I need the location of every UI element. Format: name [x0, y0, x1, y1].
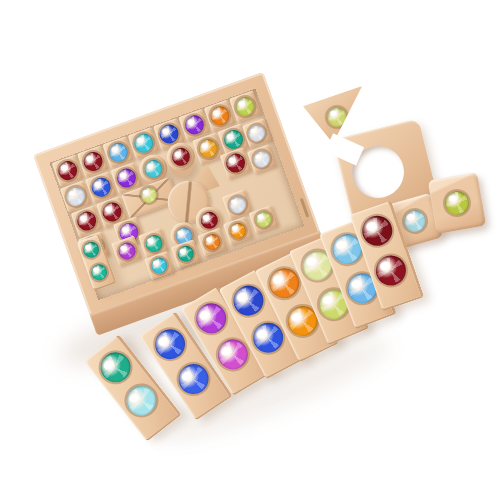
gem: [224, 151, 248, 175]
gem: [116, 240, 138, 262]
gem: [172, 358, 214, 400]
gem: [196, 136, 220, 160]
gem: [246, 122, 268, 144]
gem: [142, 157, 165, 180]
gem-domino: [77, 234, 117, 291]
gem: [89, 175, 113, 199]
gem: [208, 104, 232, 128]
gem-cube-lime: [428, 172, 487, 234]
gem: [190, 298, 231, 339]
gem: [81, 149, 105, 173]
gem: [149, 255, 169, 275]
gem: [401, 207, 428, 234]
gem: [202, 232, 222, 252]
gem: [81, 240, 101, 260]
gem: [371, 252, 409, 290]
gem: [100, 200, 124, 224]
gem: [56, 158, 80, 182]
gem: [114, 166, 138, 190]
gem: [139, 185, 159, 205]
gem: [176, 244, 196, 264]
gem: [120, 380, 162, 422]
gem: [325, 105, 349, 129]
gem-cube: [223, 216, 253, 245]
gem: [64, 184, 88, 208]
gem: [358, 212, 396, 250]
gem: [89, 262, 109, 282]
gem: [169, 145, 192, 168]
gem: [228, 220, 248, 240]
gem-cube: [247, 144, 276, 173]
gem: [253, 209, 273, 229]
gem: [226, 194, 248, 216]
gem: [251, 148, 273, 170]
gem: [443, 189, 471, 217]
gem: [143, 232, 165, 254]
gem: [233, 94, 257, 118]
product-photo-scene: [0, 0, 500, 500]
gem-cube: [249, 205, 279, 234]
gem: [75, 209, 99, 233]
gem: [149, 324, 191, 366]
gem: [94, 347, 136, 389]
gem-cube: [222, 189, 253, 220]
gem: [106, 140, 130, 164]
gem: [182, 113, 206, 137]
gem-cube: [197, 228, 227, 257]
gem: [132, 131, 156, 155]
